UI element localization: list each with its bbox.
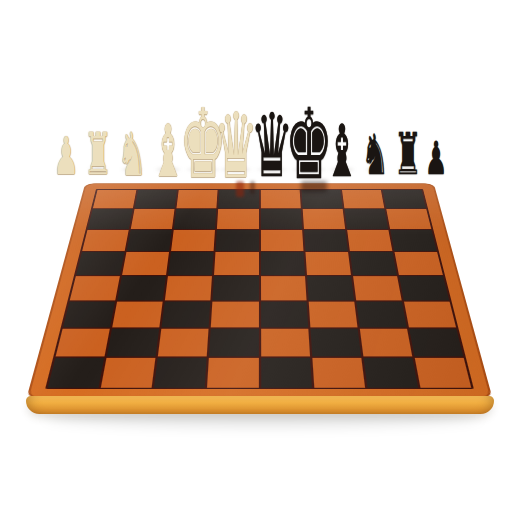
black-pawn: ♟ (425, 135, 448, 181)
board-square (350, 252, 397, 275)
board-square (342, 190, 384, 209)
board-square (63, 301, 115, 327)
board-square (70, 276, 120, 300)
board-square (363, 358, 418, 388)
board-square (261, 301, 308, 327)
board-square (399, 276, 449, 300)
chessboard (26, 183, 493, 399)
board-square (390, 230, 437, 251)
board-square (174, 209, 217, 229)
board-square (307, 276, 354, 300)
board-square (261, 276, 307, 300)
chess-set-product-photo: ♟♜♞♝♚♛♛♚♝♞♜♟ (0, 0, 525, 525)
board-square (382, 190, 426, 209)
board-square (56, 329, 110, 357)
board-front-edge (26, 396, 494, 414)
board-square (404, 301, 456, 327)
board-square (304, 230, 348, 251)
board-square (158, 329, 209, 357)
board-square (213, 276, 259, 300)
board-square (82, 230, 129, 251)
board-square (261, 358, 312, 388)
board-square (394, 252, 442, 275)
board-square (88, 209, 133, 229)
board-square (214, 252, 258, 275)
white-pawn: ♟ (53, 130, 79, 182)
board-square (112, 301, 163, 327)
board-square (312, 358, 365, 388)
board-square (127, 230, 172, 251)
board-square (211, 301, 258, 327)
board-square (165, 276, 212, 300)
white-rook: ♜ (84, 125, 113, 183)
board-square (219, 190, 259, 209)
board-square (209, 329, 258, 357)
board-square (409, 329, 463, 357)
board-square (216, 230, 259, 251)
board-square (305, 252, 351, 275)
board-square (101, 358, 156, 388)
board-square (302, 209, 345, 229)
board-square (135, 190, 177, 209)
board-square (122, 252, 169, 275)
board-square (154, 358, 207, 388)
white-knight: ♞ (117, 124, 147, 184)
board-square (48, 358, 105, 388)
board-square (415, 358, 472, 388)
board-square (260, 230, 303, 251)
board-square (162, 301, 211, 327)
black-knight: ♞ (361, 127, 389, 183)
board-square (308, 301, 357, 327)
board-square (260, 209, 301, 229)
board-square (171, 230, 215, 251)
board-frame (26, 183, 493, 399)
board-square (131, 209, 175, 229)
board-square (386, 209, 431, 229)
board-square (177, 190, 218, 209)
board-inner-border (45, 189, 474, 389)
board-square (260, 252, 304, 275)
board-square (76, 252, 124, 275)
board-square (301, 190, 342, 209)
board-square (107, 329, 160, 357)
board-square (117, 276, 166, 300)
board-square (310, 329, 361, 357)
black-rook: ♜ (394, 125, 423, 183)
board-square (217, 209, 258, 229)
board-square (261, 329, 310, 357)
board-square (360, 329, 413, 357)
black-bishop: ♝ (324, 115, 360, 187)
board-squares (48, 190, 471, 388)
board-square (356, 301, 407, 327)
board-square (260, 190, 300, 209)
board-square (344, 209, 388, 229)
board-square (93, 190, 137, 209)
board-square (168, 252, 214, 275)
board-square (353, 276, 402, 300)
board-square (347, 230, 392, 251)
board-square (207, 358, 258, 388)
